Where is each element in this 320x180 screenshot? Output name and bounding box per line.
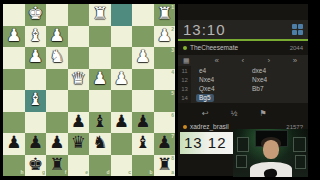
move-row: 13Qxe4Bb7 [178,84,308,93]
black-knight[interactable]: ♞ [92,134,107,151]
square-f4[interactable] [46,69,68,91]
square-g1[interactable]: ♚ [25,4,47,26]
square-b7[interactable]: ♝ [132,133,154,155]
flip-board-icon[interactable]: ▦ [183,57,190,65]
move-number: 11 [178,66,191,75]
move-number: 14 [178,94,191,103]
square-c8[interactable]: c [111,155,133,177]
square-f8[interactable]: ♜f [46,155,68,177]
move-white[interactable]: Nxe4 [196,76,217,84]
square-d3[interactable] [89,47,111,69]
square-h4[interactable] [3,69,25,91]
top-player-row[interactable]: TheCheesemate 2044 [178,42,308,53]
black-bishop[interactable]: ♝ [92,113,107,130]
square-a2[interactable]: ♟2 [154,26,176,48]
square-g2[interactable]: ♝ [25,26,47,48]
file-label: b [149,170,152,175]
bottom-player-name: xadrez_brasil [190,123,229,130]
white-queen[interactable]: ♛ [71,70,86,87]
square-d4[interactable]: ♟ [89,69,111,91]
game-action-bar: ↩ ½ ⚑ [178,107,308,120]
white-knight[interactable]: ♞ [49,48,64,65]
move-black[interactable]: dxe4 [249,67,269,75]
top-clock: 13:10 [178,20,308,39]
resign-flag-icon[interactable]: ⚑ [259,109,266,118]
move-black[interactable]: Bb7 [249,85,267,93]
move-white[interactable]: Qxe4 [196,85,218,93]
square-b1[interactable] [132,4,154,26]
square-e4[interactable]: ♛ [68,69,90,91]
white-rook[interactable]: ♜ [157,5,172,22]
square-c7[interactable] [111,133,133,155]
webcam-overlay [233,129,308,177]
square-b4[interactable] [132,69,154,91]
rank-label: 3 [171,48,174,53]
rank-label: 8 [171,156,174,161]
square-a4[interactable]: 4 [154,69,176,91]
white-pawn[interactable]: ♟ [6,27,21,44]
black-rook[interactable]: ♜ [157,156,172,173]
online-dot [183,46,187,50]
square-f2[interactable]: ♟ [46,26,68,48]
wall-frame [293,137,306,152]
next-move-button[interactable]: › [256,56,282,65]
square-g3[interactable]: ♟ [25,47,47,69]
rank-label: 2 [171,27,174,32]
square-h3[interactable] [3,47,25,69]
square-h2[interactable]: ♟ [3,26,25,48]
square-e5[interactable] [68,90,90,112]
square-b6[interactable]: ♟ [132,112,154,134]
file-label: h [20,170,23,175]
white-pawn[interactable]: ♟ [157,27,172,44]
square-g7[interactable]: ♟ [25,133,47,155]
square-f5[interactable] [46,90,68,112]
square-d7[interactable]: ♞ [89,133,111,155]
square-a6[interactable]: 6 [154,112,176,134]
square-b5[interactable] [132,90,154,112]
rank-label: 7 [171,134,174,139]
square-g8[interactable]: ♚g [25,155,47,177]
wall-frame [237,137,249,152]
file-label: g [42,170,45,175]
takeback-icon[interactable]: ↩ [202,109,209,118]
square-c2[interactable] [111,26,133,48]
square-d2[interactable] [89,26,111,48]
move-number: 13 [178,84,191,93]
rank-label: 4 [171,70,174,75]
move-white[interactable]: e4 [196,67,209,75]
microphone [263,168,277,177]
square-d5[interactable] [89,90,111,112]
square-f1[interactable] [46,4,68,26]
bottom-clock: 13 12 [180,132,235,154]
black-bishop[interactable]: ♝ [135,134,150,151]
streamer-dot [183,125,187,129]
white-king[interactable]: ♚ [28,5,43,22]
square-e8[interactable]: e [68,155,90,177]
top-clock-time: 13:10 [183,21,226,38]
white-pawn[interactable]: ♟ [114,70,129,87]
black-king[interactable]: ♚ [28,156,43,173]
tournament-time-bar [178,39,308,41]
rank-label: 1 [171,5,174,10]
square-h5[interactable] [3,90,25,112]
square-a8[interactable]: ♜8a [154,155,176,177]
square-a7[interactable]: ♟7 [154,133,176,155]
square-d8[interactable]: d [89,155,111,177]
top-player-rating: 2044 [290,45,303,51]
file-label: d [106,170,109,175]
wall-frame [236,155,247,168]
square-a5[interactable]: 5 [154,90,176,112]
square-h1[interactable] [3,4,25,26]
square-e1[interactable] [68,4,90,26]
black-rook[interactable]: ♜ [49,156,64,173]
move-nav-bar: ▦ « ‹ › » [178,55,308,66]
square-e7[interactable]: ♛ [68,133,90,155]
white-bishop[interactable]: ♝ [28,91,43,108]
move-black[interactable]: Nxe4 [249,76,270,84]
prev-move-button[interactable]: ‹ [230,56,256,65]
black-pawn[interactable]: ♟ [157,134,172,151]
white-pawn[interactable]: ♟ [49,27,64,44]
square-h8[interactable]: h [3,155,25,177]
rank-label: 5 [171,91,174,96]
square-h6[interactable] [3,112,25,134]
square-b2[interactable] [132,26,154,48]
square-f3[interactable]: ♞ [46,47,68,69]
square-c5[interactable] [111,90,133,112]
square-f7[interactable]: ♟ [46,133,68,155]
white-bishop[interactable]: ♝ [28,27,43,44]
square-g5[interactable]: ♝ [25,90,47,112]
file-label: f [65,170,67,175]
bottom-clock-time: 13 12 [184,134,227,151]
black-pawn[interactable]: ♟ [114,113,129,130]
square-c3[interactable] [111,47,133,69]
streamer-face [263,140,279,159]
draw-offer-icon[interactable]: ½ [231,109,238,118]
black-pawn[interactable]: ♟ [135,113,150,130]
black-queen[interactable]: ♛ [71,134,86,151]
square-c6[interactable]: ♟ [111,112,133,134]
square-g4[interactable] [25,69,47,91]
square-e3[interactable] [68,47,90,69]
wall-frame [295,155,306,169]
white-pawn[interactable]: ♟ [135,48,150,65]
square-b3[interactable]: ♟ [132,47,154,69]
black-pawn[interactable]: ♟ [71,113,86,130]
tv-grid-icon[interactable] [292,24,303,35]
square-d6[interactable]: ♝ [89,112,111,134]
white-pawn[interactable]: ♟ [92,70,107,87]
square-d1[interactable]: ♜ [89,4,111,26]
black-pawn[interactable]: ♟ [49,134,64,151]
square-h7[interactable]: ♟ [3,133,25,155]
square-f6[interactable] [46,112,68,134]
square-a1[interactable]: ♜1 [154,4,176,26]
file-label: c [128,170,131,175]
move-row: 14Bg5 [178,94,308,103]
file-label: a [171,170,174,175]
move-number: 12 [178,75,191,84]
white-pawn[interactable]: ♟ [28,48,43,65]
move-white[interactable]: Bg5 [196,94,214,102]
square-g6[interactable] [25,112,47,134]
white-rook[interactable]: ♜ [92,5,107,22]
first-move-button[interactable]: « [204,56,230,65]
move-list: ▦ « ‹ › » 11e4dxe412Nxe4Nxe413Qxe4Bb714B… [178,55,308,103]
rank-label: 6 [171,113,174,118]
move-row: 11e4dxe4 [178,66,308,75]
chess-board[interactable]: ♚♜♜1♟♝♟♟2♟♞♟3♛♟♟4♝5♟♝♟♟6♟♟♟♛♞♝♟7h♚g♜fedc… [3,4,175,176]
last-move-button[interactable]: » [282,56,308,65]
move-rows: 11e4dxe412Nxe4Nxe413Qxe4Bb714Bg5 [178,66,308,103]
square-e6[interactable]: ♟ [68,112,90,134]
square-b8[interactable]: b [132,155,154,177]
move-row: 12Nxe4Nxe4 [178,75,308,84]
black-pawn[interactable]: ♟ [6,134,21,151]
black-pawn[interactable]: ♟ [28,134,43,151]
file-label: e [85,170,88,175]
square-c1[interactable] [111,4,133,26]
top-player-name: TheCheesemate [190,44,238,51]
square-a3[interactable]: 3 [154,47,176,69]
square-c4[interactable]: ♟ [111,69,133,91]
square-e2[interactable] [68,26,90,48]
